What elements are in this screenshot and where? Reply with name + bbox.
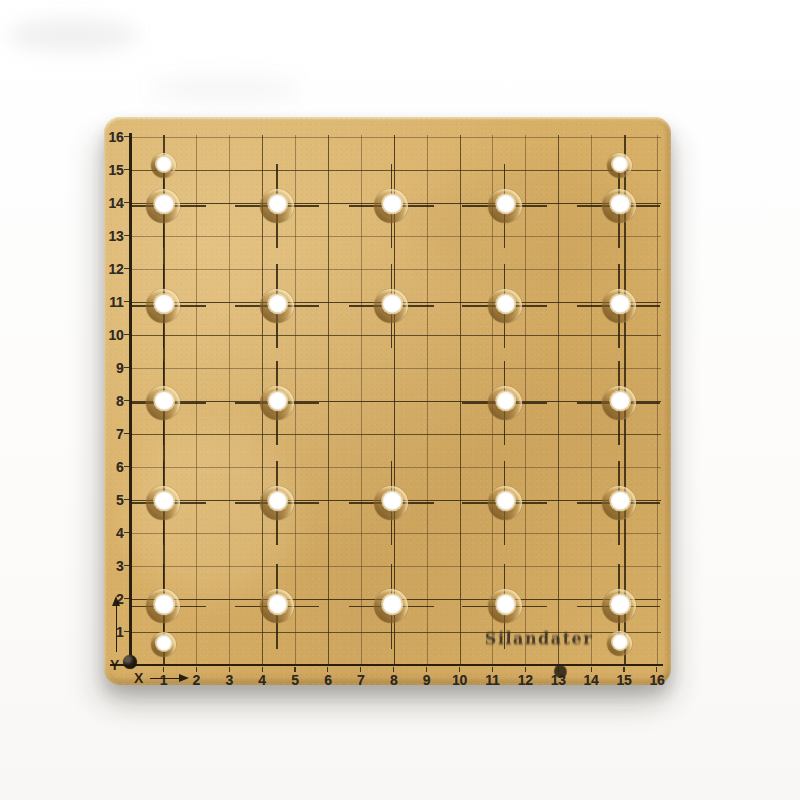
y-axis-label: 12	[100, 261, 124, 277]
peg-hole[interactable]	[374, 289, 408, 323]
peg-hole[interactable]	[260, 386, 294, 420]
axis-tick	[124, 301, 130, 302]
x-axis-label: 5	[282, 672, 308, 688]
hole-opening	[157, 635, 172, 650]
photo-shadow-smudge	[150, 78, 300, 100]
grid-line	[131, 236, 661, 237]
hole-opening	[155, 294, 174, 313]
peg-hole[interactable]	[374, 486, 408, 520]
grid-line	[196, 135, 197, 665]
axis-tick	[124, 565, 130, 566]
hole-opening	[612, 157, 627, 172]
hole-opening	[269, 492, 288, 511]
x-axis-label: 1	[150, 672, 176, 688]
grid-line	[131, 170, 661, 171]
peg-hole[interactable]	[488, 189, 522, 223]
hole-opening	[496, 492, 515, 511]
hole-opening	[269, 392, 288, 411]
x-axis-name: X	[134, 670, 143, 686]
x-axis-arrow	[179, 674, 189, 682]
hole-opening	[155, 195, 174, 214]
peg-hole[interactable]	[374, 189, 408, 223]
hole-opening	[155, 392, 174, 411]
peg-hole[interactable]	[146, 486, 180, 520]
peg-hole[interactable]	[488, 386, 522, 420]
peg-hole[interactable]	[602, 589, 636, 623]
grid-line	[460, 135, 461, 665]
grid-line	[131, 467, 661, 468]
peg-hole[interactable]	[260, 589, 294, 623]
y-axis-label: 1	[100, 624, 124, 640]
hole-opening	[155, 492, 174, 511]
y-axis-label: 8	[100, 393, 124, 409]
axis-tick	[124, 268, 130, 269]
peg-hole[interactable]	[602, 189, 636, 223]
grid-line	[131, 335, 661, 336]
axis-tick	[124, 532, 130, 533]
hole-opening	[383, 492, 402, 511]
x-axis-label: 15	[611, 672, 637, 688]
y-axis-label: 13	[100, 228, 124, 244]
grid-line	[229, 135, 230, 665]
origin-marker	[123, 655, 137, 669]
hole-opening	[611, 195, 630, 214]
y-axis-name: Y	[110, 657, 119, 673]
axis-tick	[124, 202, 130, 203]
photo-shadow-smudge	[8, 18, 138, 52]
x-axis-label: 7	[348, 672, 374, 688]
y-axis-label: 5	[100, 492, 124, 508]
peg-hole[interactable]	[488, 289, 522, 323]
peg-hole[interactable]	[260, 189, 294, 223]
hole-opening	[496, 294, 515, 313]
grid-line	[591, 135, 592, 665]
axis-tick	[124, 631, 130, 632]
hole-opening	[496, 195, 515, 214]
y-axis-label: 3	[100, 558, 124, 574]
hole-opening	[155, 595, 174, 614]
hole-opening	[613, 634, 628, 649]
x-axis-label: 3	[216, 672, 242, 688]
x-axis-arrow	[150, 678, 179, 680]
y-axis-label: 10	[100, 327, 124, 343]
hole-opening	[383, 195, 402, 214]
peg-hole[interactable]	[488, 486, 522, 520]
axis-tick	[124, 598, 130, 599]
x-axis-label: 8	[381, 672, 407, 688]
axis-tick	[124, 136, 130, 137]
grid-line	[131, 269, 661, 270]
y-axis-arrow	[116, 605, 118, 652]
pegboard: 1234567891011121314151612345678910111213…	[104, 117, 671, 685]
hole-opening	[157, 157, 172, 172]
grid-line	[131, 434, 661, 435]
grid-line	[131, 533, 661, 534]
x-axis-label: 11	[479, 672, 505, 688]
y-axis-label: 6	[100, 459, 124, 475]
product-photo: 1234567891011121314151612345678910111213…	[0, 0, 800, 800]
grid-line	[361, 135, 362, 665]
y-axis-label: 14	[100, 195, 124, 211]
grid-line	[131, 137, 661, 138]
axis-tick	[124, 334, 130, 335]
peg-hole[interactable]	[146, 386, 180, 420]
peg-hole[interactable]	[260, 289, 294, 323]
x-axis-label: 12	[512, 672, 538, 688]
peg-hole[interactable]	[146, 189, 180, 223]
y-axis-label: 15	[100, 162, 124, 178]
peg-hole[interactable]	[260, 486, 294, 520]
hole-opening	[269, 294, 288, 313]
y-axis-label: 9	[100, 360, 124, 376]
y-axis-label: 16	[100, 129, 124, 145]
hole-opening	[269, 595, 288, 614]
hole-opening	[611, 392, 630, 411]
axis-tick	[124, 235, 130, 236]
y-axis-label: 7	[100, 426, 124, 442]
brand-stamp: Silandater	[464, 628, 615, 649]
x-axis-label: 9	[414, 672, 440, 688]
corner-peg-hole[interactable]	[607, 153, 632, 178]
axis-tick	[124, 499, 130, 500]
y-axis-line	[129, 133, 131, 664]
peg-hole[interactable]	[146, 589, 180, 623]
axis-tick	[124, 169, 130, 170]
hole-opening	[383, 294, 402, 313]
axis-tick	[124, 400, 130, 401]
grid-line	[131, 566, 661, 567]
peg-hole[interactable]	[146, 289, 180, 323]
hole-opening	[496, 392, 515, 411]
axis-tick	[124, 466, 130, 467]
x-axis-label: 6	[315, 672, 341, 688]
hole-opening	[611, 492, 630, 511]
hole-opening	[269, 195, 288, 214]
grid-line	[295, 135, 296, 665]
axis-tick	[124, 433, 130, 434]
axis-tick	[124, 367, 130, 368]
x-axis-label: 10	[447, 672, 473, 688]
x-axis-line	[110, 664, 663, 666]
x-axis-label: 16	[644, 672, 670, 688]
hole-opening	[611, 595, 630, 614]
x-axis-label: 14	[578, 672, 604, 688]
grid-line	[427, 135, 428, 665]
hole-opening	[496, 595, 515, 614]
grid-line	[525, 135, 526, 665]
peg-hole[interactable]	[488, 589, 522, 623]
corner-peg-hole[interactable]	[151, 632, 176, 657]
peg-hole[interactable]	[602, 486, 636, 520]
peg-hole[interactable]	[602, 289, 636, 323]
y-axis-label: 4	[100, 525, 124, 541]
x-axis-label: 4	[249, 672, 275, 688]
grid-line	[558, 135, 559, 665]
y-axis-label: 11	[100, 294, 124, 310]
hole-opening	[611, 294, 630, 313]
grid-line	[328, 135, 329, 665]
corner-peg-hole[interactable]	[151, 153, 176, 178]
hole-opening	[383, 595, 402, 614]
peg-hole[interactable]	[374, 589, 408, 623]
grid-line	[657, 135, 658, 665]
peg-hole[interactable]	[602, 386, 636, 420]
grid-line	[131, 368, 661, 369]
